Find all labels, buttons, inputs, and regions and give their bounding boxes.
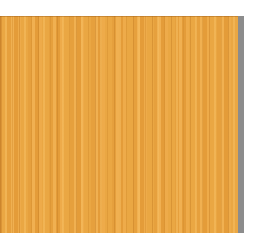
go-board[interactable] — [0, 16, 238, 233]
column-coordinates — [0, 0, 260, 16]
row-coordinates — [244, 0, 260, 233]
go-client-view — [0, 0, 260, 233]
go-board-grid — [0, 21, 232, 233]
